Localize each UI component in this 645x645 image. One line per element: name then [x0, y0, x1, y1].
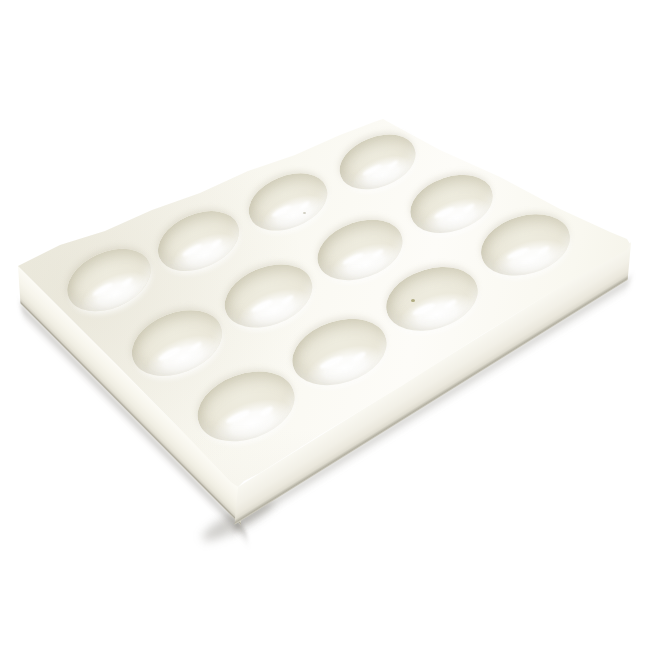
- spot-plate-tray: [0, 0, 645, 645]
- well-r1c1: [57, 236, 160, 323]
- well-r3c3: [378, 256, 485, 341]
- well-r3c4: [474, 204, 577, 285]
- well-r2c3: [309, 209, 411, 291]
- photo-canvas: [0, 0, 645, 645]
- well-r2c4: [402, 164, 500, 242]
- well-r2c1: [122, 298, 232, 389]
- well-r2c2: [216, 253, 322, 340]
- glaze-speck: [303, 212, 306, 214]
- well-r3c1: [188, 359, 304, 453]
- wells-layer: [0, 0, 645, 645]
- glaze-speck: [411, 299, 415, 302]
- well-r3c2: [283, 308, 394, 398]
- well-r1c3: [240, 162, 335, 241]
- well-r1c4: [331, 125, 422, 200]
- well-r1c2: [149, 199, 248, 282]
